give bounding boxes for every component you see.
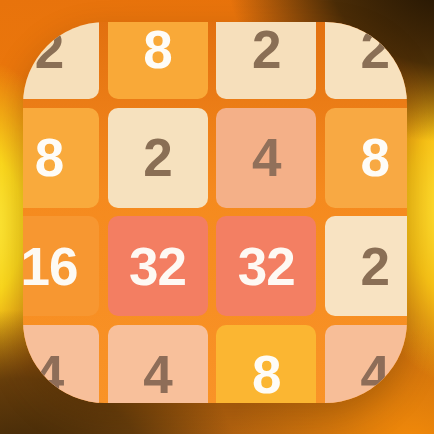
gold-gradient-background: 2822824816323224484 (0, 0, 434, 434)
tile-r1-c3: 2 (216, 22, 316, 99)
tile-r4-c2: 4 (108, 325, 208, 403)
tile-r2-c4: 8 (325, 108, 407, 208)
tile-r3-c4: 2 (325, 216, 407, 316)
tile-r4-c4: 4 (325, 325, 407, 403)
tile-r4-c3: 8 (216, 325, 316, 403)
tile-r2-c2: 2 (108, 108, 208, 208)
tile-r4-c1: 4 (23, 325, 99, 403)
tile-r1-c4: 2 (325, 22, 407, 99)
tile-r3-c2: 32 (108, 216, 208, 316)
tile-r2-c3: 4 (216, 108, 316, 208)
tile-r2-c1: 8 (23, 108, 99, 208)
tile-r1-c1: 2 (23, 22, 99, 99)
tile-r1-c2: 8 (108, 22, 208, 99)
board-grid: 2822824816323224484 (23, 22, 407, 403)
tile-r3-c3: 32 (216, 216, 316, 316)
app-icon-2048[interactable]: 2822824816323224484 (23, 22, 407, 403)
tile-r3-c1: 16 (23, 216, 99, 316)
